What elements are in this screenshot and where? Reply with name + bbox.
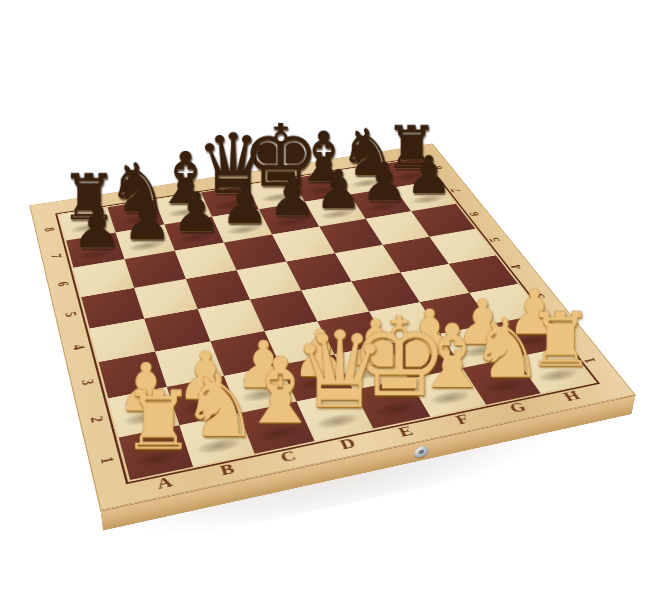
black-pawn-a7[interactable]: ♟	[58, 201, 136, 257]
photo-stage: ABCDEFGH 87654321 87654321 ♜♞♝♛♚♝♞♜♟♟♟♟♟…	[0, 0, 670, 606]
latch-icon	[414, 445, 429, 459]
white-rook-a1[interactable]: ♜	[110, 381, 207, 462]
